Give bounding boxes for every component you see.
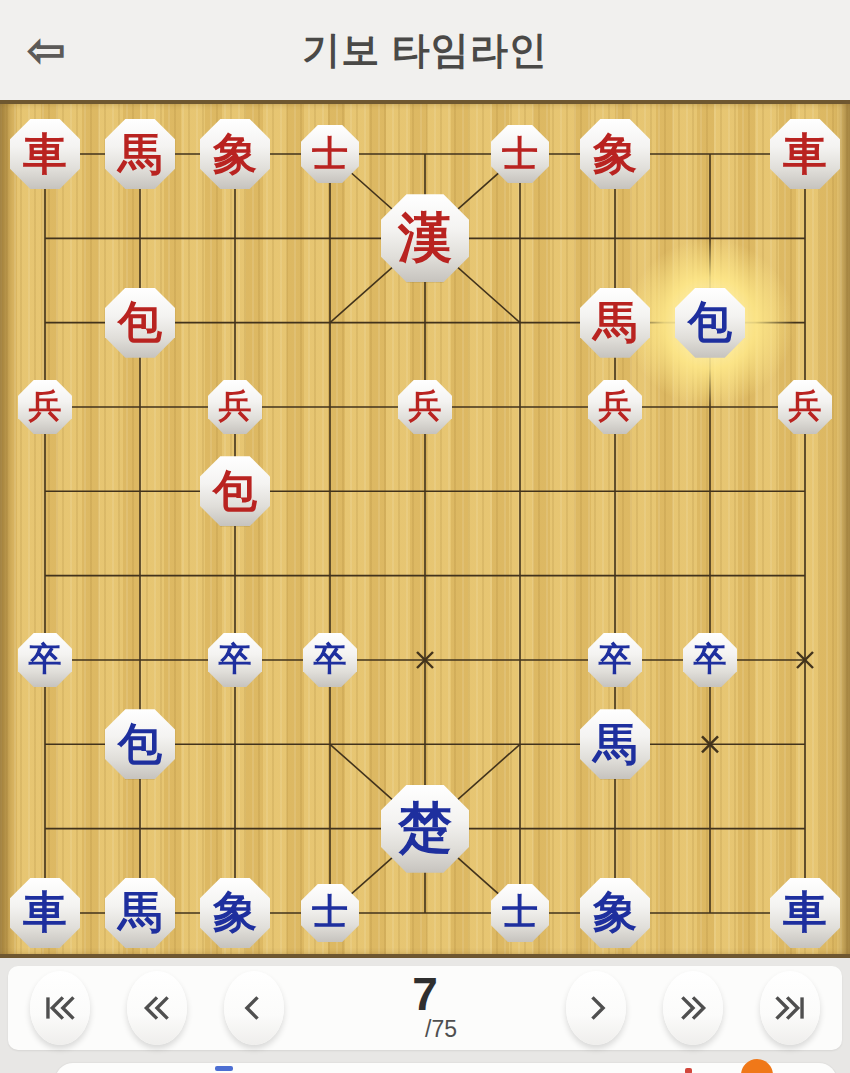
cho-chariot: 車 bbox=[10, 878, 80, 948]
skip-to-start-button[interactable] bbox=[30, 971, 90, 1045]
step-back-button[interactable] bbox=[224, 971, 284, 1045]
janggi-board: 車馬象士士象車漢包馬包兵兵兵兵兵包卒卒卒卒卒包馬楚車馬象士士象車 bbox=[0, 100, 850, 958]
cho-king: 楚 bbox=[381, 785, 469, 873]
han-elephant: 象 bbox=[200, 119, 270, 189]
blue-text-fragment bbox=[215, 1066, 233, 1071]
cho-cannon: 包 bbox=[675, 288, 745, 358]
step-forward-button[interactable] bbox=[566, 971, 626, 1045]
cho-soldier: 卒 bbox=[208, 633, 262, 687]
bottom-panel bbox=[55, 1063, 837, 1073]
cho-soldier: 卒 bbox=[588, 633, 642, 687]
han-guard: 士 bbox=[301, 125, 359, 183]
cho-soldier: 卒 bbox=[303, 633, 357, 687]
nav-group-back bbox=[30, 971, 284, 1045]
han-cannon: 包 bbox=[200, 456, 270, 526]
han-soldier: 兵 bbox=[18, 380, 72, 434]
cho-chariot: 車 bbox=[770, 878, 840, 948]
skip-to-end-button[interactable] bbox=[760, 971, 820, 1045]
han-guard: 士 bbox=[491, 125, 549, 183]
han-soldier: 兵 bbox=[588, 380, 642, 434]
cho-horse: 馬 bbox=[105, 878, 175, 948]
fast-forward-button[interactable] bbox=[663, 971, 723, 1045]
move-counter-total: /75 bbox=[425, 1016, 457, 1042]
han-horse: 馬 bbox=[105, 119, 175, 189]
han-soldier: 兵 bbox=[208, 380, 262, 434]
screen: ⇦ 기보 타임라인 車馬象士士象車漢包馬包兵兵兵兵兵包卒卒卒卒卒包馬楚車馬象士士… bbox=[0, 0, 850, 1073]
cho-soldier: 卒 bbox=[683, 633, 737, 687]
bar-double-chevron-right-icon bbox=[773, 991, 807, 1025]
cho-guard: 士 bbox=[491, 884, 549, 942]
han-chariot: 車 bbox=[770, 119, 840, 189]
cho-horse: 馬 bbox=[580, 709, 650, 779]
cho-elephant: 象 bbox=[580, 878, 650, 948]
han-king: 漢 bbox=[381, 194, 469, 282]
double-chevron-left-icon bbox=[140, 991, 174, 1025]
rewind-button[interactable] bbox=[127, 971, 187, 1045]
cho-elephant: 象 bbox=[200, 878, 270, 948]
han-horse: 馬 bbox=[580, 288, 650, 358]
red-text-fragment bbox=[685, 1068, 692, 1073]
han-cannon: 包 bbox=[105, 288, 175, 358]
nav-group-forward bbox=[566, 971, 820, 1045]
orange-badge-icon bbox=[741, 1059, 773, 1073]
han-chariot: 車 bbox=[10, 119, 80, 189]
back-arrow-icon: ⇦ bbox=[27, 24, 66, 76]
cho-soldier: 卒 bbox=[18, 633, 72, 687]
han-soldier: 兵 bbox=[778, 380, 832, 434]
header: ⇦ 기보 타임라인 bbox=[0, 0, 850, 100]
double-chevron-right-icon bbox=[676, 991, 710, 1025]
chevron-left-icon bbox=[237, 991, 271, 1025]
cho-guard: 士 bbox=[301, 884, 359, 942]
han-elephant: 象 bbox=[580, 119, 650, 189]
chevron-right-icon bbox=[579, 991, 613, 1025]
bar-double-chevron-left-icon bbox=[43, 991, 77, 1025]
han-soldier: 兵 bbox=[398, 380, 452, 434]
timeline-controls: 7 /75 bbox=[0, 958, 850, 1073]
nav-panel: 7 /75 bbox=[8, 966, 842, 1050]
page-title: 기보 타임라인 bbox=[302, 25, 548, 76]
move-counter-current: 7 bbox=[412, 972, 438, 1016]
back-button[interactable]: ⇦ bbox=[14, 18, 78, 82]
cho-cannon: 包 bbox=[105, 709, 175, 779]
